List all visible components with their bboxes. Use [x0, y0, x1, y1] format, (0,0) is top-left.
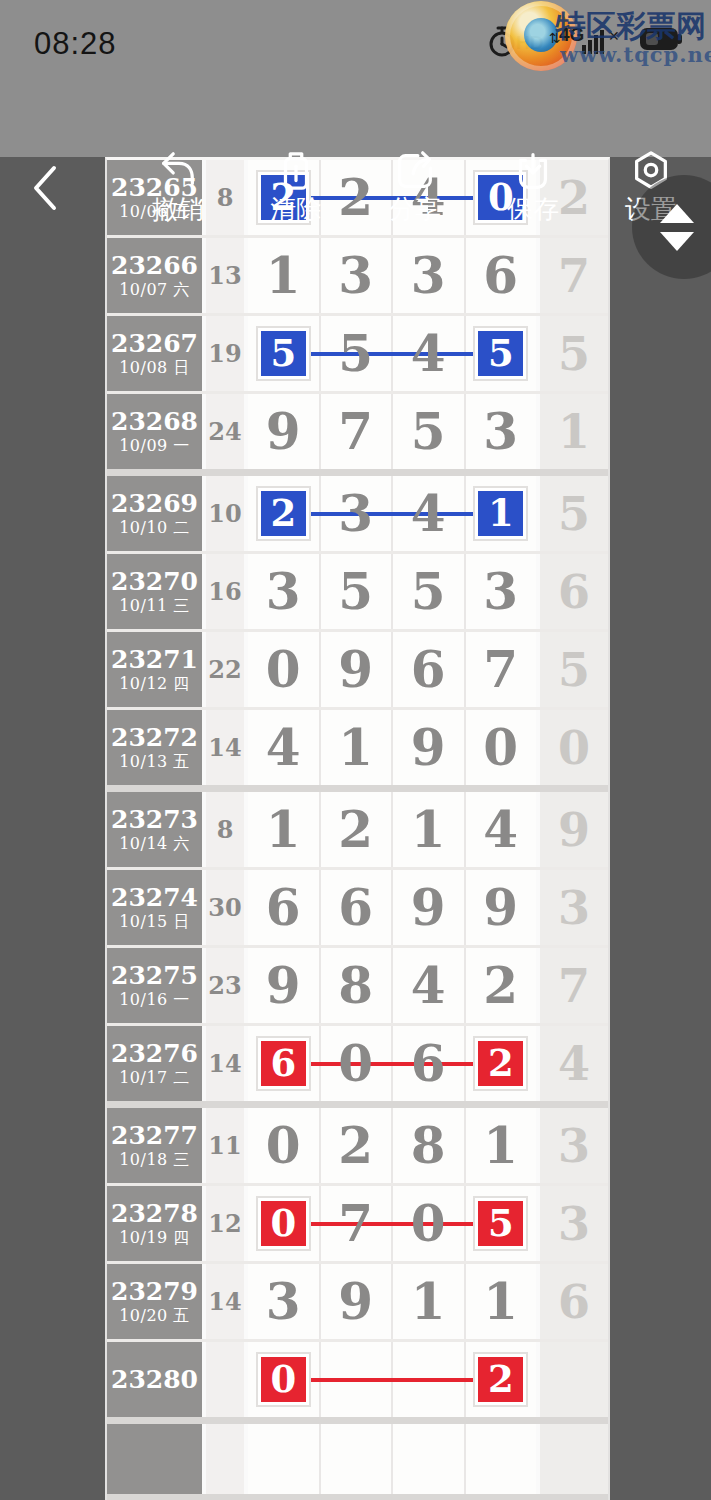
issue-date-cell: 2327610/17 二	[107, 1026, 206, 1101]
tail-digit-cell: 7	[540, 948, 608, 1023]
issue-date-cell: 2326910/10 二	[107, 476, 206, 551]
draw-date: 10/17 二	[119, 1068, 190, 1087]
draw-row-23270: 2327010/11 三1635536	[107, 554, 608, 629]
digit-cells: 9753	[248, 394, 540, 469]
digit-value: 4	[483, 805, 518, 855]
digit-value: 1	[338, 723, 373, 773]
digit-cell[interactable]: 9	[248, 948, 319, 1023]
digit-cell[interactable]: 3	[464, 394, 537, 469]
count-cell: 10	[206, 476, 248, 551]
digit-value: 5	[338, 567, 373, 617]
trend-connector-line-blue	[284, 352, 500, 356]
issue-date-cell: 23280	[107, 1342, 206, 1417]
issue-date-cell: 2327310/14 六	[107, 792, 206, 867]
digit-cell[interactable]: 0	[248, 1108, 319, 1183]
issue-number: 23270	[111, 568, 198, 596]
toolbar: 撤销 清除	[0, 75, 711, 157]
row-group: 2327710/18 三11028132327810/19 四120705323…	[107, 1108, 608, 1424]
digit-value: 2	[338, 805, 373, 855]
digit-cells: 4190	[248, 710, 540, 785]
draw-row-23272: 2327210/13 五1441900	[107, 710, 608, 785]
digit-value: 2	[338, 1121, 373, 1171]
draw-date: 10/18 三	[119, 1150, 190, 1169]
digit-cells	[248, 1424, 540, 1494]
digit-cell[interactable]: 5	[391, 554, 464, 629]
share-label: 分享	[365, 196, 465, 222]
digit-value: 9	[411, 883, 446, 933]
issue-date-cell	[107, 1424, 206, 1494]
digit-value: 3	[266, 567, 301, 617]
digit-value: 1	[483, 1121, 518, 1171]
issue-number: 23271	[111, 646, 198, 674]
draw-date: 10/14 六	[119, 834, 190, 853]
digit-cells: 9842	[248, 948, 540, 1023]
issue-number: 23268	[111, 408, 198, 436]
digit-value: 4	[411, 489, 446, 539]
digit-cell[interactable]: 4	[391, 948, 464, 1023]
digit-cell[interactable]: 9	[248, 394, 319, 469]
count-cell: 14	[206, 1264, 248, 1339]
digit-cell[interactable]: 1	[464, 1264, 537, 1339]
digit-cell[interactable]: 8	[319, 948, 392, 1023]
digit-cell[interactable]: 3	[464, 554, 537, 629]
count-cell: 30	[206, 870, 248, 945]
issue-number: 23280	[111, 1366, 198, 1394]
tail-digit-cell: 3	[540, 1108, 608, 1183]
trend-connector-line-red	[284, 1222, 500, 1226]
digit-cell[interactable]: 8	[391, 1108, 464, 1183]
tail-digit-cell: 5	[540, 632, 608, 707]
digit-value: 0	[411, 1199, 446, 1249]
save-icon	[510, 149, 556, 193]
lottery-trend-screen: 08:28 HD ⇅ 4G ✕ 特区彩票网 www.tqcp.net	[0, 0, 711, 1500]
digit-cell[interactable]: 6	[464, 238, 537, 313]
count-cell	[206, 1342, 248, 1417]
digit-cells: 6062	[248, 1026, 540, 1101]
clear-label: 清除	[246, 196, 346, 222]
digit-cell[interactable]: 7	[464, 632, 537, 707]
digit-cell[interactable]: 2	[319, 792, 392, 867]
digit-value: 0	[266, 645, 301, 695]
issue-number: 23279	[111, 1278, 198, 1306]
save-button[interactable]: 保存	[483, 149, 583, 222]
digit-cells: 0705	[248, 1186, 540, 1261]
digit-value: 1	[411, 805, 446, 855]
digit-value: 9	[266, 407, 301, 457]
digit-value: 5	[411, 407, 446, 457]
draw-row-23268: 2326810/09 一2497531	[107, 394, 608, 469]
draw-row-23279: 2327910/20 五1439116	[107, 1264, 608, 1339]
digit-value: 9	[338, 1277, 373, 1327]
tail-digit-cell	[540, 1342, 608, 1417]
digit-value: 6	[266, 883, 301, 933]
digit-value: 5	[411, 567, 446, 617]
issue-number: 23274	[111, 884, 198, 912]
count-cell: 13	[206, 238, 248, 313]
issue-date-cell: 2327410/15 日	[107, 870, 206, 945]
digit-cells: 0967	[248, 632, 540, 707]
draw-date: 10/19 四	[119, 1228, 190, 1247]
draw-row-23274: 2327410/15 日3066993	[107, 870, 608, 945]
undo-button[interactable]: 撤销	[128, 149, 228, 222]
tail-digit-cell: 4	[540, 1026, 608, 1101]
draw-date: 10/09 一	[119, 436, 190, 455]
digit-value: 1	[266, 805, 301, 855]
digit-cells: 3553	[248, 554, 540, 629]
digit-cells: 1336	[248, 238, 540, 313]
draw-row-23266: 2326610/07 六1313367	[107, 238, 608, 313]
count-cell: 16	[206, 554, 248, 629]
issue-date-cell: 2327510/16 一	[107, 948, 206, 1023]
tail-digit-cell	[540, 1424, 608, 1494]
watermark-site-url: www.tqcp.net	[560, 42, 711, 67]
tail-digit-cell: 0	[540, 710, 608, 785]
count-cell: 24	[206, 394, 248, 469]
digit-cell[interactable]	[248, 1424, 319, 1494]
digit-value: 8	[338, 961, 373, 1011]
digit-cell[interactable]: 0	[464, 710, 537, 785]
issue-number: 23266	[111, 252, 198, 280]
digit-cell[interactable]: 3	[248, 1264, 319, 1339]
issue-number: 23275	[111, 962, 198, 990]
undo-icon	[155, 149, 201, 193]
digit-value: 1	[266, 251, 301, 301]
digit-cell[interactable]: 4	[248, 710, 319, 785]
count-cell: 14	[206, 1026, 248, 1101]
digit-value: 4	[411, 961, 446, 1011]
clock-time: 08:28	[34, 26, 117, 62]
draw-date: 10/08 日	[119, 358, 190, 377]
draw-date: 10/13 五	[119, 752, 190, 771]
digit-cell[interactable]: 9	[464, 870, 537, 945]
digit-cell[interactable]: 1	[248, 238, 319, 313]
row-group: 2326910/10 二10234152327010/11 三163553623…	[107, 476, 608, 792]
digit-value: 3	[338, 489, 373, 539]
undo-label: 撤销	[128, 196, 228, 222]
digit-value: 9	[483, 883, 518, 933]
issue-date-cell: 2327210/13 五	[107, 710, 206, 785]
digit-cell[interactable]: 6	[248, 870, 319, 945]
digit-cell[interactable]	[464, 1424, 537, 1494]
digit-value: 1	[411, 1277, 446, 1327]
tail-digit-cell: 6	[540, 1264, 608, 1339]
highlighted-digit-blue: 5	[261, 331, 306, 376]
issue-number: 23272	[111, 724, 198, 752]
digit-cells: 6699	[248, 870, 540, 945]
scroll-down-icon	[660, 232, 694, 251]
digit-value: 7	[338, 407, 373, 457]
top-bar: 08:28 HD ⇅ 4G ✕ 特区彩票网 www.tqcp.net	[0, 0, 711, 157]
digit-value: 4	[266, 723, 301, 773]
digit-value: 7	[338, 1199, 373, 1249]
draw-row-23278: 2327810/19 四1207053	[107, 1186, 608, 1261]
digit-cell[interactable]: 1	[391, 792, 464, 867]
digit-cell[interactable]: 9	[319, 1264, 392, 1339]
digit-value: 0	[483, 723, 518, 773]
trend-table: 2326510/06 五8224022326610/07 六1313367232…	[105, 157, 610, 1500]
digit-value: 3	[266, 1277, 301, 1327]
digit-cells: 1214	[248, 792, 540, 867]
digit-cells: 5545	[248, 316, 540, 391]
digit-value: 3	[411, 251, 446, 301]
highlighted-digit-blue: 1	[478, 491, 523, 536]
trend-connector-line-red	[284, 1062, 500, 1066]
digit-value: 1	[483, 1277, 518, 1327]
draw-row-23275: 2327510/16 一2398427	[107, 948, 608, 1023]
row-group	[107, 1424, 608, 1500]
digit-cell[interactable]: 3	[391, 238, 464, 313]
draw-row-23276: 2327610/17 二1460624	[107, 1026, 608, 1101]
highlighted-digit-red: 6	[261, 1041, 306, 1086]
clear-button[interactable]: 清除	[246, 149, 346, 222]
digit-value: 6	[411, 1039, 446, 1089]
digit-value: 2	[483, 961, 518, 1011]
digit-cells: 2341	[248, 476, 540, 551]
issue-date-cell: 2326710/08 日	[107, 316, 206, 391]
scroll-up-icon	[660, 204, 694, 223]
digit-value: 9	[266, 961, 301, 1011]
back-button[interactable]	[28, 163, 62, 213]
watermark-site-name: 特区彩票网	[556, 6, 706, 47]
issue-number: 23267	[111, 330, 198, 358]
digit-cell[interactable]: 3	[319, 238, 392, 313]
digit-cell[interactable]: 1	[391, 1264, 464, 1339]
digit-cell[interactable]: 5	[319, 554, 392, 629]
digit-cells: 02	[248, 1342, 540, 1417]
tail-digit-cell: 5	[540, 476, 608, 551]
digit-cells: 3911	[248, 1264, 540, 1339]
count-cell: 12	[206, 1186, 248, 1261]
tail-digit-cell: 6	[540, 554, 608, 629]
draw-date: 10/12 四	[119, 674, 190, 693]
issue-date-cell: 2327810/19 四	[107, 1186, 206, 1261]
count-cell: 19	[206, 316, 248, 391]
issue-date-cell: 2327910/20 五	[107, 1264, 206, 1339]
share-icon	[392, 149, 438, 193]
digit-value: 6	[483, 251, 518, 301]
digit-cell[interactable]: 2	[464, 948, 537, 1023]
digit-cell[interactable]: 7	[319, 394, 392, 469]
tail-digit-cell: 7	[540, 238, 608, 313]
draw-row-23277: 2327710/18 三1102813	[107, 1108, 608, 1183]
row-group: 2327310/14 六8121492327410/15 日3066993232…	[107, 792, 608, 1108]
digit-cell[interactable]: 9	[391, 710, 464, 785]
highlighted-digit-blue: 2	[261, 491, 306, 536]
draw-row-23271: 2327110/12 四2209675	[107, 632, 608, 707]
digit-value: 0	[266, 1121, 301, 1171]
highlighted-digit-red: 5	[478, 1201, 523, 1246]
empty-row	[107, 1424, 608, 1494]
digit-value: 3	[483, 567, 518, 617]
draw-date: 10/10 二	[119, 518, 190, 537]
issue-date-cell: 2327110/12 四	[107, 632, 206, 707]
digit-cell[interactable]: 6	[391, 632, 464, 707]
draw-row-23269: 2326910/10 二1023415	[107, 476, 608, 551]
highlighted-digit-red: 0	[261, 1357, 306, 1402]
digit-cell[interactable]: 1	[248, 792, 319, 867]
draw-date: 10/15 日	[119, 912, 190, 931]
digit-cell[interactable]: 5	[391, 394, 464, 469]
count-cell: 23	[206, 948, 248, 1023]
digit-cell[interactable]: 2	[319, 1108, 392, 1183]
digit-cells: 0281	[248, 1108, 540, 1183]
highlighted-digit-red: 2	[478, 1357, 523, 1402]
digit-cell[interactable]	[319, 1424, 392, 1494]
digit-value: 4	[411, 329, 446, 379]
digit-value: 3	[338, 251, 373, 301]
share-button[interactable]: 分享	[365, 149, 465, 222]
digit-value: 0	[338, 1039, 373, 1089]
draw-row-23267: 2326710/08 日1955455	[107, 316, 608, 391]
issue-date-cell: 2327710/18 三	[107, 1108, 206, 1183]
digit-value: 6	[411, 645, 446, 695]
digit-cell[interactable]: 0	[248, 632, 319, 707]
draw-date: 10/07 六	[119, 280, 190, 299]
digit-value: 9	[411, 723, 446, 773]
digit-cell[interactable]: 9	[319, 632, 392, 707]
issue-number: 23269	[111, 490, 198, 518]
draw-date: 10/11 三	[119, 596, 190, 615]
tail-digit-cell: 3	[540, 870, 608, 945]
trend-connector-line-blue	[284, 512, 500, 516]
tail-digit-cell: 9	[540, 792, 608, 867]
issue-date-cell: 2327010/11 三	[107, 554, 206, 629]
draw-date: 10/20 五	[119, 1306, 190, 1325]
draw-row-23280: 2328002	[107, 1342, 608, 1417]
digit-value: 7	[483, 645, 518, 695]
digit-value: 9	[338, 645, 373, 695]
highlighted-digit-red: 2	[478, 1041, 523, 1086]
count-cell: 14	[206, 710, 248, 785]
count-cell	[206, 1424, 248, 1494]
count-cell: 11	[206, 1108, 248, 1183]
issue-date-cell: 2326610/07 六	[107, 238, 206, 313]
draw-row-23273: 2327310/14 六812149	[107, 792, 608, 867]
issue-number: 23278	[111, 1200, 198, 1228]
trend-connector-line-red	[284, 1378, 500, 1382]
trash-icon	[273, 149, 319, 193]
tail-digit-cell: 1	[540, 394, 608, 469]
digit-value: 6	[338, 883, 373, 933]
draw-date: 10/16 一	[119, 990, 190, 1009]
digit-cell[interactable]: 1	[464, 1108, 537, 1183]
issue-number: 23273	[111, 806, 198, 834]
issue-number: 23277	[111, 1122, 198, 1150]
digit-cell[interactable]: 6	[319, 870, 392, 945]
count-cell: 22	[206, 632, 248, 707]
digit-value: 5	[338, 329, 373, 379]
issue-number: 23276	[111, 1040, 198, 1068]
save-label: 保存	[483, 196, 583, 222]
digit-cell[interactable]	[391, 1424, 464, 1494]
digit-value: 3	[483, 407, 518, 457]
highlighted-digit-red: 0	[261, 1201, 306, 1246]
tail-digit-cell: 3	[540, 1186, 608, 1261]
digit-cell[interactable]: 9	[391, 870, 464, 945]
tail-digit-cell: 5	[540, 316, 608, 391]
digit-cell[interactable]: 4	[464, 792, 537, 867]
digit-value: 8	[411, 1121, 446, 1171]
issue-date-cell: 2326810/09 一	[107, 394, 206, 469]
highlighted-digit-blue: 5	[478, 331, 523, 376]
digit-cell[interactable]: 1	[319, 710, 392, 785]
count-cell: 8	[206, 792, 248, 867]
digit-cell[interactable]: 3	[248, 554, 319, 629]
